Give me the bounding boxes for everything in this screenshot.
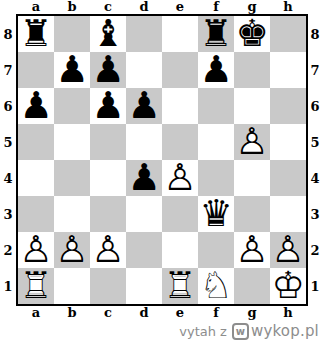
- file-label-a: a: [18, 306, 54, 320]
- square-f8[interactable]: ♜: [198, 16, 234, 52]
- square-c4[interactable]: [90, 160, 126, 196]
- file-label-d: d: [126, 306, 162, 320]
- square-a5[interactable]: [18, 124, 54, 160]
- piece-black-pawn: ♟: [198, 52, 234, 88]
- square-a8[interactable]: ♜: [18, 16, 54, 52]
- wykop-logo-letter: w: [236, 325, 245, 338]
- file-label-d: d: [126, 0, 162, 14]
- chess-board: ♜♝♜♚♟♟♟♟♟♟♟♙♟♟♙♛♟♙♟♙♟♙♟♙♟♙♜♖♜♖♞♘♚♔: [16, 14, 308, 306]
- square-h5[interactable]: [270, 124, 306, 160]
- watermark-site: wykop.pl: [251, 322, 319, 340]
- square-c2[interactable]: ♟♙: [90, 232, 126, 268]
- piece-black-rook: ♜: [198, 16, 234, 52]
- square-h1[interactable]: ♚♔: [270, 268, 306, 304]
- piece-white-pawn: ♟♙: [162, 160, 198, 196]
- rank-label-7: 7: [308, 52, 322, 88]
- square-e2[interactable]: [162, 232, 198, 268]
- piece-white-pawn: ♟♙: [54, 232, 90, 268]
- square-g3[interactable]: [234, 196, 270, 232]
- piece-white-pawn: ♟♙: [18, 232, 54, 268]
- piece-black-queen: ♛: [198, 196, 234, 232]
- file-label-h: h: [270, 306, 306, 320]
- rank-label-8: 8: [308, 16, 322, 52]
- square-a2[interactable]: ♟♙: [18, 232, 54, 268]
- rank-label-4: 4: [308, 160, 322, 196]
- square-c7[interactable]: ♟: [90, 52, 126, 88]
- square-b1[interactable]: [54, 268, 90, 304]
- chess-diagram: abcdefgh 87654321 ♜♝♜♚♟♟♟♟♟♟♟♙♟♟♙♛♟♙♟♙♟♙…: [0, 0, 322, 342]
- wykop-logo-icon: w: [232, 323, 249, 340]
- square-e8[interactable]: [162, 16, 198, 52]
- square-a3[interactable]: [18, 196, 54, 232]
- square-b5[interactable]: [54, 124, 90, 160]
- file-label-e: e: [162, 306, 198, 320]
- piece-white-pawn: ♟♙: [234, 124, 270, 160]
- square-h2[interactable]: ♟♙: [270, 232, 306, 268]
- file-label-g: g: [234, 306, 270, 320]
- square-c6[interactable]: ♟: [90, 88, 126, 124]
- square-d1[interactable]: [126, 268, 162, 304]
- square-f3[interactable]: ♛: [198, 196, 234, 232]
- square-b7[interactable]: ♟: [54, 52, 90, 88]
- file-labels-bottom: abcdefgh: [16, 306, 308, 320]
- rank-label-5: 5: [308, 124, 322, 160]
- rank-labels-right: 87654321: [308, 14, 322, 306]
- square-h4[interactable]: [270, 160, 306, 196]
- piece-black-pawn: ♟: [54, 52, 90, 88]
- square-c5[interactable]: [90, 124, 126, 160]
- file-label-b: b: [54, 0, 90, 14]
- square-e1[interactable]: ♜♖: [162, 268, 198, 304]
- square-g8[interactable]: ♚: [234, 16, 270, 52]
- square-b6[interactable]: [54, 88, 90, 124]
- rank-label-6: 6: [0, 88, 16, 124]
- square-e4[interactable]: ♟♙: [162, 160, 198, 196]
- file-label-c: c: [90, 306, 126, 320]
- square-e6[interactable]: [162, 88, 198, 124]
- square-c3[interactable]: [90, 196, 126, 232]
- square-b2[interactable]: ♟♙: [54, 232, 90, 268]
- piece-white-pawn: ♟♙: [90, 232, 126, 268]
- square-f4[interactable]: [198, 160, 234, 196]
- square-f2[interactable]: [198, 232, 234, 268]
- piece-black-rook: ♜: [18, 16, 54, 52]
- square-d5[interactable]: [126, 124, 162, 160]
- piece-white-king: ♚♔: [270, 268, 306, 304]
- rank-label-4: 4: [0, 160, 16, 196]
- square-g1[interactable]: [234, 268, 270, 304]
- piece-black-pawn: ♟: [126, 88, 162, 124]
- square-c8[interactable]: ♝: [90, 16, 126, 52]
- square-g6[interactable]: [234, 88, 270, 124]
- piece-white-rook: ♜♖: [18, 268, 54, 304]
- square-g7[interactable]: [234, 52, 270, 88]
- rank-labels-left: 87654321: [0, 14, 16, 306]
- file-label-f: f: [198, 306, 234, 320]
- square-h8[interactable]: [270, 16, 306, 52]
- rank-label-3: 3: [308, 196, 322, 232]
- square-b4[interactable]: [54, 160, 90, 196]
- rank-label-8: 8: [0, 16, 16, 52]
- square-c1[interactable]: [90, 268, 126, 304]
- square-f7[interactable]: ♟: [198, 52, 234, 88]
- piece-white-pawn: ♟♙: [270, 232, 306, 268]
- square-g5[interactable]: ♟♙: [234, 124, 270, 160]
- square-d3[interactable]: [126, 196, 162, 232]
- rank-label-5: 5: [0, 124, 16, 160]
- square-g2[interactable]: ♟♙: [234, 232, 270, 268]
- square-a4[interactable]: [18, 160, 54, 196]
- watermark-text: vytah z: [179, 324, 227, 339]
- square-f6[interactable]: [198, 88, 234, 124]
- square-f5[interactable]: [198, 124, 234, 160]
- square-g4[interactable]: [234, 160, 270, 196]
- square-d8[interactable]: [126, 16, 162, 52]
- watermark: vytah z w wykop.pl: [0, 320, 322, 342]
- square-d4[interactable]: ♟: [126, 160, 162, 196]
- square-f1[interactable]: ♞♘: [198, 268, 234, 304]
- square-d2[interactable]: [126, 232, 162, 268]
- piece-black-pawn: ♟: [18, 88, 54, 124]
- piece-black-pawn: ♟: [90, 88, 126, 124]
- piece-black-pawn: ♟: [126, 160, 162, 196]
- square-a6[interactable]: ♟: [18, 88, 54, 124]
- square-a1[interactable]: ♜♖: [18, 268, 54, 304]
- piece-black-pawn: ♟: [90, 52, 126, 88]
- square-d6[interactable]: ♟: [126, 88, 162, 124]
- file-label-e: e: [162, 0, 198, 14]
- square-h3[interactable]: [270, 196, 306, 232]
- square-e7[interactable]: [162, 52, 198, 88]
- piece-black-king: ♚: [234, 16, 270, 52]
- rank-label-6: 6: [308, 88, 322, 124]
- square-b3[interactable]: [54, 196, 90, 232]
- rank-label-2: 2: [308, 232, 322, 268]
- square-b8[interactable]: [54, 16, 90, 52]
- piece-white-knight: ♞♘: [198, 268, 234, 304]
- square-a7[interactable]: [18, 52, 54, 88]
- rank-label-7: 7: [0, 52, 16, 88]
- square-h7[interactable]: [270, 52, 306, 88]
- rank-label-1: 1: [0, 268, 16, 304]
- square-e3[interactable]: [162, 196, 198, 232]
- piece-black-bishop: ♝: [90, 16, 126, 52]
- piece-white-rook: ♜♖: [162, 268, 198, 304]
- file-label-b: b: [54, 306, 90, 320]
- piece-white-pawn: ♟♙: [234, 232, 270, 268]
- file-label-h: h: [270, 0, 306, 14]
- rank-label-3: 3: [0, 196, 16, 232]
- rank-label-2: 2: [0, 232, 16, 268]
- square-d7[interactable]: [126, 52, 162, 88]
- square-h6[interactable]: [270, 88, 306, 124]
- rank-label-1: 1: [308, 268, 322, 304]
- square-e5[interactable]: [162, 124, 198, 160]
